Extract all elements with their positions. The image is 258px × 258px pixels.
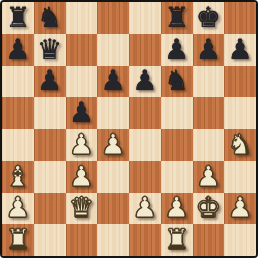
white-pawn: ♟ — [228, 194, 253, 222]
square-f8[interactable]: ♜ — [161, 2, 193, 34]
black-knight: ♞ — [164, 67, 189, 95]
square-e8[interactable] — [129, 2, 161, 34]
black-pawn: ♟ — [101, 67, 126, 95]
square-b8[interactable]: ♞ — [34, 2, 66, 34]
square-d5[interactable] — [97, 97, 129, 129]
black-pawn: ♟ — [69, 99, 94, 127]
square-e6[interactable]: ♟ — [129, 66, 161, 98]
square-d3[interactable] — [97, 161, 129, 193]
square-g8[interactable]: ♚ — [193, 2, 225, 34]
square-d2[interactable] — [97, 193, 129, 225]
square-d8[interactable] — [97, 2, 129, 34]
square-d1[interactable] — [97, 224, 129, 256]
white-rook: ♜ — [5, 226, 30, 254]
square-c5[interactable]: ♟ — [66, 97, 98, 129]
white-king: ♚ — [196, 194, 221, 222]
board-grid: ♜♞♜♚♟♛♟♟♟♟♟♟♞♟♟♟♞♝♟♟♟♛♟♟♚♟♜♜ — [2, 2, 256, 256]
square-a2[interactable]: ♟ — [2, 193, 34, 225]
square-h8[interactable] — [224, 2, 256, 34]
square-a6[interactable] — [2, 66, 34, 98]
black-king: ♚ — [196, 4, 221, 32]
square-e7[interactable] — [129, 34, 161, 66]
square-d7[interactable] — [97, 34, 129, 66]
square-h3[interactable] — [224, 161, 256, 193]
square-e1[interactable] — [129, 224, 161, 256]
square-a5[interactable] — [2, 97, 34, 129]
square-b2[interactable] — [34, 193, 66, 225]
square-a8[interactable]: ♜ — [2, 2, 34, 34]
white-bishop: ♝ — [5, 163, 30, 191]
black-pawn: ♟ — [196, 36, 221, 64]
square-h1[interactable] — [224, 224, 256, 256]
square-f7[interactable]: ♟ — [161, 34, 193, 66]
square-f5[interactable] — [161, 97, 193, 129]
white-pawn: ♟ — [101, 131, 126, 159]
square-f1[interactable]: ♜ — [161, 224, 193, 256]
square-c3[interactable]: ♟ — [66, 161, 98, 193]
square-c4[interactable]: ♟ — [66, 129, 98, 161]
square-g3[interactable]: ♟ — [193, 161, 225, 193]
square-c6[interactable] — [66, 66, 98, 98]
square-f4[interactable] — [161, 129, 193, 161]
white-pawn: ♟ — [5, 194, 30, 222]
square-h2[interactable]: ♟ — [224, 193, 256, 225]
black-pawn: ♟ — [37, 67, 62, 95]
square-e5[interactable] — [129, 97, 161, 129]
white-pawn: ♟ — [132, 194, 157, 222]
square-f6[interactable]: ♞ — [161, 66, 193, 98]
square-e3[interactable] — [129, 161, 161, 193]
square-a3[interactable]: ♝ — [2, 161, 34, 193]
square-a4[interactable] — [2, 129, 34, 161]
black-queen: ♛ — [37, 36, 62, 64]
square-e4[interactable] — [129, 129, 161, 161]
square-d4[interactable]: ♟ — [97, 129, 129, 161]
square-b4[interactable] — [34, 129, 66, 161]
chess-board: ♜♞♜♚♟♛♟♟♟♟♟♟♞♟♟♟♞♝♟♟♟♛♟♟♚♟♜♜ — [0, 0, 258, 258]
square-b6[interactable]: ♟ — [34, 66, 66, 98]
square-c7[interactable] — [66, 34, 98, 66]
square-f3[interactable] — [161, 161, 193, 193]
square-g7[interactable]: ♟ — [193, 34, 225, 66]
square-g6[interactable] — [193, 66, 225, 98]
square-b7[interactable]: ♛ — [34, 34, 66, 66]
square-h4[interactable]: ♞ — [224, 129, 256, 161]
square-b1[interactable] — [34, 224, 66, 256]
white-knight: ♞ — [228, 131, 253, 159]
square-b3[interactable] — [34, 161, 66, 193]
black-pawn: ♟ — [5, 36, 30, 64]
white-pawn: ♟ — [196, 163, 221, 191]
square-g5[interactable] — [193, 97, 225, 129]
black-pawn: ♟ — [132, 67, 157, 95]
square-g2[interactable]: ♚ — [193, 193, 225, 225]
white-pawn: ♟ — [69, 131, 94, 159]
black-pawn: ♟ — [228, 36, 253, 64]
white-pawn: ♟ — [69, 163, 94, 191]
square-h5[interactable] — [224, 97, 256, 129]
square-c8[interactable] — [66, 2, 98, 34]
square-a1[interactable]: ♜ — [2, 224, 34, 256]
black-rook: ♜ — [164, 4, 189, 32]
square-g1[interactable] — [193, 224, 225, 256]
square-c2[interactable]: ♛ — [66, 193, 98, 225]
black-rook: ♜ — [5, 4, 30, 32]
square-c1[interactable] — [66, 224, 98, 256]
square-f2[interactable]: ♟ — [161, 193, 193, 225]
square-h6[interactable] — [224, 66, 256, 98]
square-d6[interactable]: ♟ — [97, 66, 129, 98]
black-knight: ♞ — [37, 4, 62, 32]
black-pawn: ♟ — [164, 36, 189, 64]
white-queen: ♛ — [69, 194, 94, 222]
white-rook: ♜ — [164, 226, 189, 254]
white-pawn: ♟ — [164, 194, 189, 222]
square-b5[interactable] — [34, 97, 66, 129]
square-e2[interactable]: ♟ — [129, 193, 161, 225]
square-h7[interactable]: ♟ — [224, 34, 256, 66]
square-a7[interactable]: ♟ — [2, 34, 34, 66]
square-g4[interactable] — [193, 129, 225, 161]
